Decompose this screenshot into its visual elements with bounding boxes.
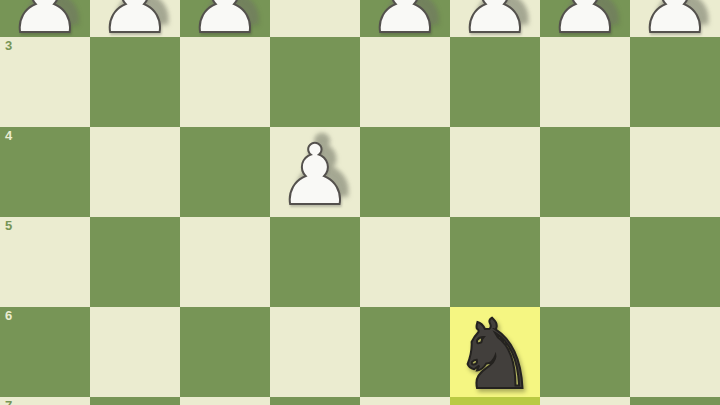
chess-board: ♟♟♟♟♟♟♟34♟56♞7 — [0, 0, 720, 405]
square-a2[interactable]: ♟ — [630, 0, 720, 37]
square-h3[interactable]: 3 — [0, 37, 90, 127]
square-e5[interactable] — [270, 217, 360, 307]
square-c7[interactable] — [450, 397, 540, 405]
square-h5[interactable]: 5 — [0, 217, 90, 307]
square-g7[interactable] — [90, 397, 180, 405]
square-g5[interactable] — [90, 217, 180, 307]
square-h6[interactable]: 6 — [0, 307, 90, 397]
square-e2[interactable] — [270, 0, 360, 37]
square-g2[interactable]: ♟ — [90, 0, 180, 37]
square-b5[interactable] — [540, 217, 630, 307]
square-f3[interactable] — [180, 37, 270, 127]
square-h4[interactable]: 4 — [0, 127, 90, 217]
rank-label-4: 4 — [5, 129, 12, 142]
square-c4[interactable] — [450, 127, 540, 217]
square-e6[interactable] — [270, 307, 360, 397]
rank-label-7: 7 — [5, 399, 12, 405]
square-d5[interactable] — [360, 217, 450, 307]
square-b6[interactable] — [540, 307, 630, 397]
square-d2[interactable]: ♟ — [360, 0, 450, 37]
board-grid: ♟♟♟♟♟♟♟34♟56♞7 — [0, 0, 720, 405]
square-c3[interactable] — [450, 37, 540, 127]
square-e3[interactable] — [270, 37, 360, 127]
white-pawn-e4[interactable]: ♟ — [277, 133, 352, 217]
square-b3[interactable] — [540, 37, 630, 127]
square-d4[interactable] — [360, 127, 450, 217]
square-b4[interactable] — [540, 127, 630, 217]
square-g4[interactable] — [90, 127, 180, 217]
square-d6[interactable] — [360, 307, 450, 397]
square-c6[interactable]: ♞ — [450, 307, 540, 397]
square-a6[interactable] — [630, 307, 720, 397]
square-f4[interactable] — [180, 127, 270, 217]
square-g6[interactable] — [90, 307, 180, 397]
square-g3[interactable] — [90, 37, 180, 127]
square-b2[interactable]: ♟ — [540, 0, 630, 37]
square-f2[interactable]: ♟ — [180, 0, 270, 37]
square-d3[interactable] — [360, 37, 450, 127]
black-knight-c6[interactable]: ♞ — [452, 307, 538, 403]
square-c2[interactable]: ♟ — [450, 0, 540, 37]
rank-label-6: 6 — [5, 309, 12, 322]
rank-label-5: 5 — [5, 219, 12, 232]
square-a3[interactable] — [630, 37, 720, 127]
square-a7[interactable] — [630, 397, 720, 405]
square-a4[interactable] — [630, 127, 720, 217]
square-h2[interactable]: ♟ — [0, 0, 90, 37]
square-b7[interactable] — [540, 397, 630, 405]
square-a5[interactable] — [630, 217, 720, 307]
square-e4[interactable]: ♟ — [270, 127, 360, 217]
rank-label-3: 3 — [5, 39, 12, 52]
square-d7[interactable] — [360, 397, 450, 405]
square-f6[interactable] — [180, 307, 270, 397]
square-e7[interactable] — [270, 397, 360, 405]
square-c5[interactable] — [450, 217, 540, 307]
square-h7[interactable]: 7 — [0, 397, 90, 405]
square-f5[interactable] — [180, 217, 270, 307]
square-f7[interactable] — [180, 397, 270, 405]
